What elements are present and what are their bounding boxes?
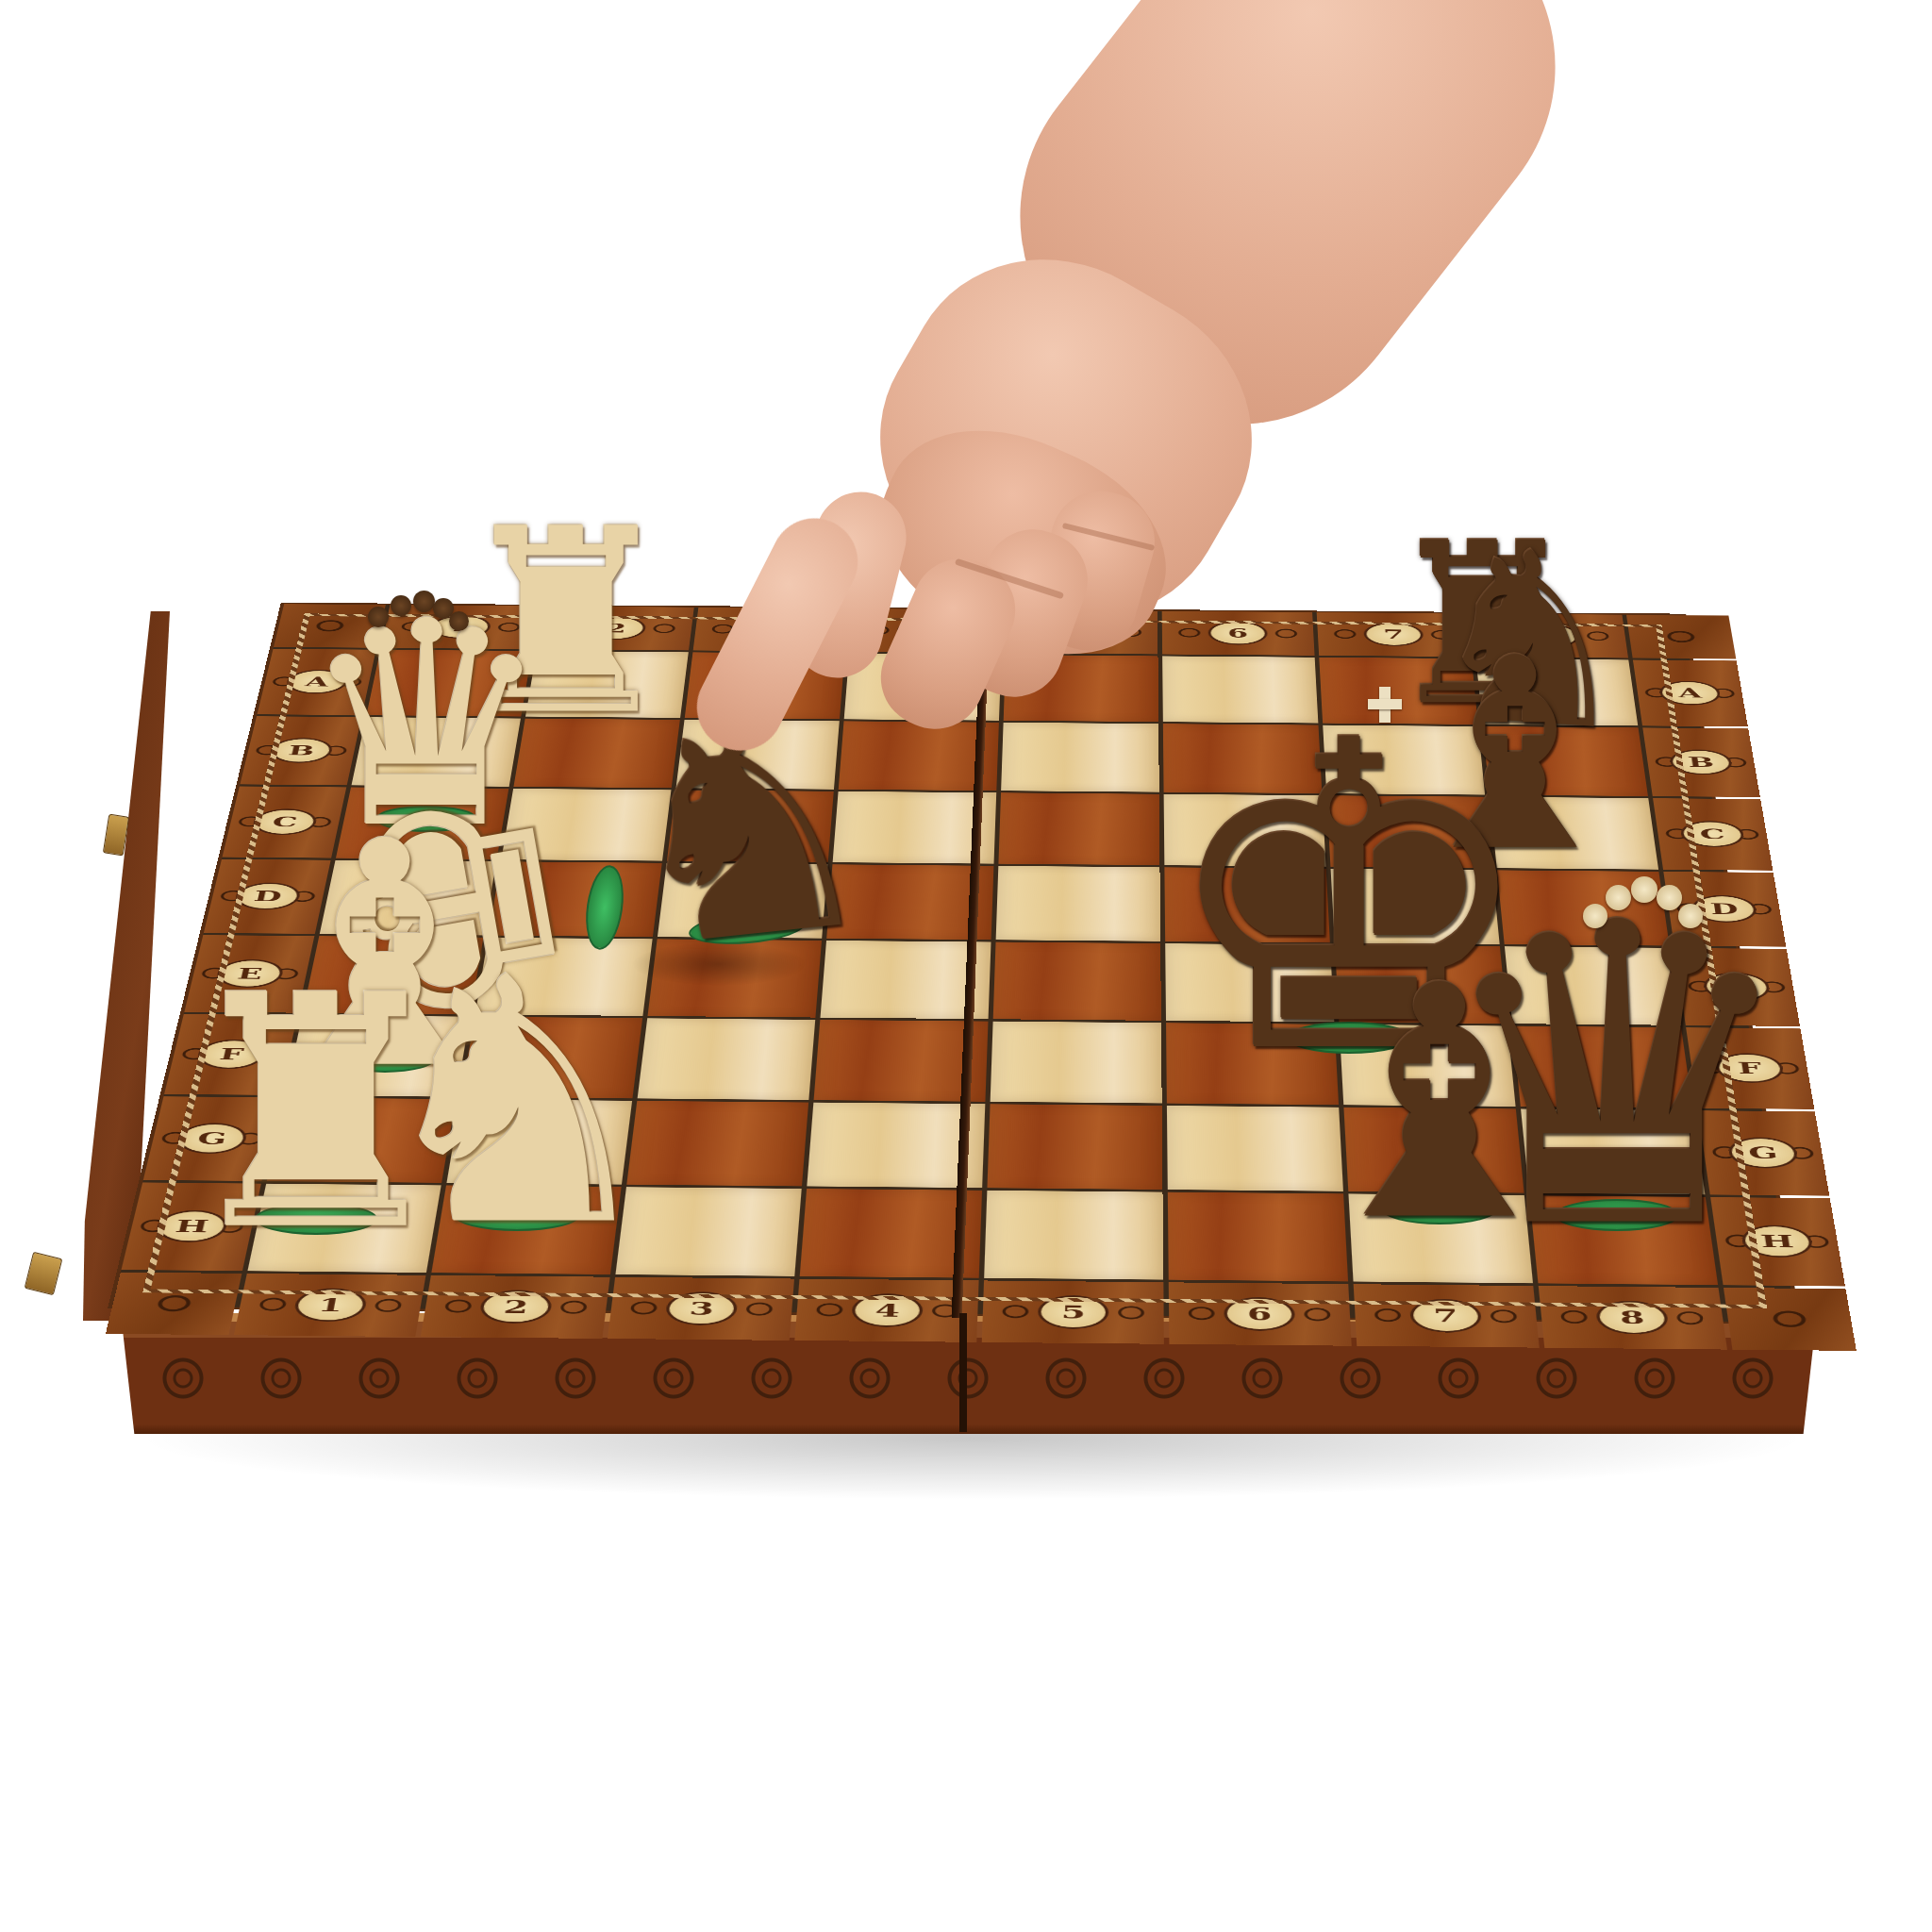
carved-spiral-ornament — [134, 1341, 1804, 1415]
piece-black-queen-h8[interactable]: ♛ — [1431, 870, 1803, 1285]
coordinate-badge: A — [1657, 681, 1722, 706]
square-D5[interactable] — [996, 866, 1161, 941]
white-queen-crown-ball — [391, 595, 411, 616]
king-cross-inlay-horizontal — [1368, 699, 1402, 709]
coordinate-badge: 4 — [851, 1293, 924, 1327]
board-corner — [1626, 615, 1736, 659]
brass-clasp-front — [25, 1252, 63, 1296]
coordinate-badge: 5 — [1038, 1295, 1108, 1329]
black-queen-crown-ball — [1583, 904, 1607, 928]
square-E5[interactable] — [993, 942, 1161, 1021]
file-label-front-6: 6 — [1169, 1282, 1352, 1345]
folding-seam-front — [959, 1313, 967, 1432]
white-queen-crown-ball — [449, 611, 469, 631]
black-queen-crown-ball — [1606, 885, 1631, 910]
coordinate-badge: 6 — [1207, 621, 1267, 644]
white-queen-crown-ball — [368, 607, 389, 627]
coordinate-badge: B — [1668, 749, 1733, 774]
square-H5[interactable] — [984, 1191, 1163, 1280]
black-queen-crown-ball — [1678, 904, 1703, 928]
white-queen-crown-ball — [413, 591, 435, 612]
square-F5[interactable] — [991, 1022, 1162, 1104]
square-G5[interactable] — [987, 1104, 1162, 1190]
coordinate-badge: 6 — [1224, 1297, 1295, 1331]
coordinate-badge: 3 — [664, 1291, 738, 1325]
file-label-front-5: 5 — [982, 1280, 1164, 1343]
square-B5[interactable] — [1001, 723, 1159, 792]
piece-white-knight-h2[interactable]: ♞ — [365, 934, 670, 1274]
file-label-back-6: 6 — [1162, 611, 1315, 656]
product-photo-scene: 12345678AABBCCDDEEFFGGHH12345678 ♜ ♜ ♞ ♛… — [0, 0, 1932, 1932]
black-queen-crown-ball — [1631, 876, 1657, 903]
square-C5[interactable] — [998, 792, 1159, 865]
rank-label-right-B: B — [1642, 727, 1760, 797]
rank-label-right-A: A — [1633, 660, 1748, 727]
black-queen-crown-ball — [1657, 885, 1682, 910]
